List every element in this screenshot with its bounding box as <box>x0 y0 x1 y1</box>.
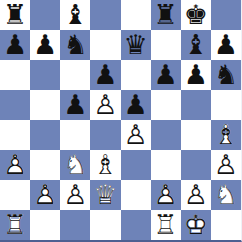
white-pawn-icon[interactable]: ♟♙ <box>151 180 181 210</box>
square-a4[interactable] <box>0 120 30 150</box>
white-knight-icon[interactable]: ♞♘ <box>211 180 241 210</box>
white-rook-icon[interactable]: ♜♖ <box>0 210 30 240</box>
square-a7[interactable]: ♟ <box>0 30 30 60</box>
black-pawn-icon[interactable]: ♟ <box>211 30 241 60</box>
square-f8[interactable]: ♜ <box>151 0 181 30</box>
white-pawn-icon[interactable]: ♟♙ <box>30 180 60 210</box>
black-king-icon[interactable]: ♚ <box>181 0 211 30</box>
square-c8[interactable]: ♝ <box>60 0 90 30</box>
square-h1[interactable] <box>211 210 241 240</box>
square-d1[interactable] <box>90 210 120 240</box>
square-g5[interactable] <box>181 90 211 120</box>
square-f6[interactable]: ♟ <box>151 60 181 90</box>
square-h5[interactable] <box>211 90 241 120</box>
square-b4[interactable] <box>30 120 60 150</box>
black-pawn-icon[interactable]: ♟ <box>181 60 211 90</box>
black-knight-icon[interactable]: ♞ <box>60 30 90 60</box>
square-h3[interactable]: ♟♙ <box>211 150 241 180</box>
square-h2[interactable]: ♞♘ <box>211 180 241 210</box>
black-bishop-icon[interactable]: ♝ <box>60 0 90 30</box>
white-pawn-icon[interactable]: ♟♙ <box>60 180 90 210</box>
white-pawn-icon[interactable]: ♟♙ <box>211 150 241 180</box>
square-f5[interactable] <box>151 90 181 120</box>
square-b1[interactable] <box>30 210 60 240</box>
square-b2[interactable]: ♟♙ <box>30 180 60 210</box>
black-pawn-icon[interactable]: ♟ <box>151 60 181 90</box>
square-c1[interactable] <box>60 210 90 240</box>
square-d5[interactable]: ♟♙ <box>90 90 120 120</box>
black-knight-icon[interactable]: ♞ <box>211 60 241 90</box>
black-rook-icon[interactable]: ♜ <box>151 0 181 30</box>
white-pawn-icon[interactable]: ♟♙ <box>90 90 120 120</box>
square-e8[interactable] <box>121 0 151 30</box>
square-b6[interactable] <box>30 60 60 90</box>
square-d8[interactable] <box>90 0 120 30</box>
square-a1[interactable]: ♜♖ <box>0 210 30 240</box>
square-d7[interactable] <box>90 30 120 60</box>
square-e2[interactable] <box>121 180 151 210</box>
square-d3[interactable]: ♝♗ <box>90 150 120 180</box>
square-g2[interactable]: ♟♙ <box>181 180 211 210</box>
black-pawn-icon[interactable]: ♟ <box>0 30 30 60</box>
square-c2[interactable]: ♟♙ <box>60 180 90 210</box>
square-f4[interactable] <box>151 120 181 150</box>
square-b5[interactable] <box>30 90 60 120</box>
white-king-icon[interactable]: ♚♔ <box>181 210 211 240</box>
black-rook-icon[interactable]: ♜ <box>0 0 30 30</box>
square-g3[interactable] <box>181 150 211 180</box>
square-f3[interactable] <box>151 150 181 180</box>
white-pawn-icon[interactable]: ♟♙ <box>181 180 211 210</box>
white-queen-icon[interactable]: ♛♕ <box>90 180 120 210</box>
square-h8[interactable] <box>211 0 241 30</box>
square-d6[interactable]: ♟ <box>90 60 120 90</box>
square-e7[interactable]: ♛ <box>121 30 151 60</box>
square-a3[interactable]: ♟♙ <box>0 150 30 180</box>
black-pawn-icon[interactable]: ♟ <box>121 90 151 120</box>
square-c7[interactable]: ♞ <box>60 30 90 60</box>
square-g7[interactable]: ♝ <box>181 30 211 60</box>
square-g6[interactable]: ♟ <box>181 60 211 90</box>
square-g4[interactable] <box>181 120 211 150</box>
square-d4[interactable] <box>90 120 120 150</box>
square-b3[interactable] <box>30 150 60 180</box>
white-rook-icon[interactable]: ♜♖ <box>151 210 181 240</box>
white-knight-icon[interactable]: ♞♘ <box>60 150 90 180</box>
black-pawn-icon[interactable]: ♟ <box>30 30 60 60</box>
square-a6[interactable] <box>0 60 30 90</box>
square-h6[interactable]: ♞ <box>211 60 241 90</box>
square-e1[interactable] <box>121 210 151 240</box>
square-e6[interactable] <box>121 60 151 90</box>
chess-board: ♜♝♜♚♟♟♞♛♝♟♟♟♟♞♟♟♙♟♟♙♝♗♟♙♞♘♝♗♟♙♟♙♟♙♛♕♟♙♟♙… <box>0 0 242 242</box>
square-c5[interactable]: ♟ <box>60 90 90 120</box>
black-queen-icon[interactable]: ♛ <box>121 30 151 60</box>
black-bishop-icon[interactable]: ♝ <box>181 30 211 60</box>
black-pawn-icon[interactable]: ♟ <box>90 60 120 90</box>
square-g8[interactable]: ♚ <box>181 0 211 30</box>
square-c6[interactable] <box>60 60 90 90</box>
square-f1[interactable]: ♜♖ <box>151 210 181 240</box>
square-f2[interactable]: ♟♙ <box>151 180 181 210</box>
square-c4[interactable] <box>60 120 90 150</box>
square-f7[interactable] <box>151 30 181 60</box>
white-pawn-icon[interactable]: ♟♙ <box>0 150 30 180</box>
square-h4[interactable]: ♝♗ <box>211 120 241 150</box>
black-pawn-icon[interactable]: ♟ <box>60 90 90 120</box>
square-a2[interactable] <box>0 180 30 210</box>
square-a8[interactable]: ♜ <box>0 0 30 30</box>
square-h7[interactable]: ♟ <box>211 30 241 60</box>
square-c3[interactable]: ♞♘ <box>60 150 90 180</box>
square-a5[interactable] <box>0 90 30 120</box>
white-pawn-icon[interactable]: ♟♙ <box>121 120 151 150</box>
square-e3[interactable] <box>121 150 151 180</box>
white-bishop-icon[interactable]: ♝♗ <box>211 120 241 150</box>
square-g1[interactable]: ♚♔ <box>181 210 211 240</box>
square-d2[interactable]: ♛♕ <box>90 180 120 210</box>
white-bishop-icon[interactable]: ♝♗ <box>90 150 120 180</box>
square-e4[interactable]: ♟♙ <box>121 120 151 150</box>
square-b8[interactable] <box>30 0 60 30</box>
square-b7[interactable]: ♟ <box>30 30 60 60</box>
square-e5[interactable]: ♟ <box>121 90 151 120</box>
